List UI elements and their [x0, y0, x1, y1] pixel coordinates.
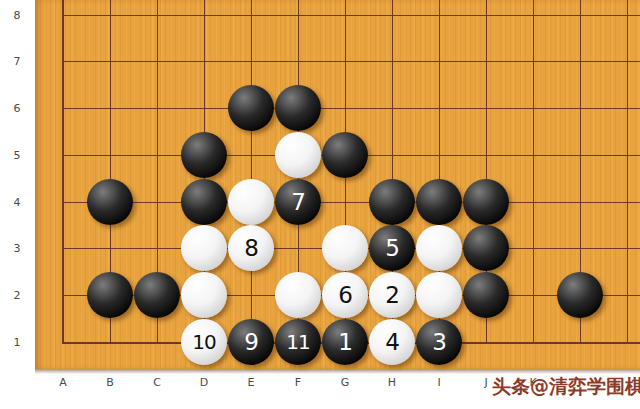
col-label-A: A: [59, 376, 67, 389]
move-number-4: 4: [385, 331, 399, 354]
stone-black-J2: [463, 272, 509, 318]
row-label-1: 1: [14, 336, 21, 349]
stone-black-I1: 3: [416, 319, 462, 365]
move-number-5: 5: [385, 237, 399, 260]
col-label-B: B: [106, 376, 114, 389]
grid-vline-K: [533, 0, 534, 343]
stone-black-F1: 11: [275, 319, 321, 365]
move-number-9: 9: [244, 331, 258, 354]
grid-vline-M: [627, 0, 628, 343]
row-label-3: 3: [14, 242, 21, 255]
stone-black-D5: [181, 132, 227, 178]
row-label-8: 8: [14, 9, 21, 22]
grid-vline-A: [62, 0, 64, 343]
move-number-11: 11: [286, 332, 309, 352]
stone-white-E3: 8: [228, 225, 274, 271]
stone-black-C2: [134, 272, 180, 318]
stone-white-I3: [416, 225, 462, 271]
stone-black-B4: [87, 179, 133, 225]
stone-black-I4: [416, 179, 462, 225]
move-number-6: 6: [338, 284, 352, 307]
move-number-1: 1: [338, 331, 352, 354]
stone-white-F2: [275, 272, 321, 318]
stone-white-E4: [228, 179, 274, 225]
move-number-10: 10: [192, 332, 215, 352]
stone-black-H4: [369, 179, 415, 225]
go-diagram: 87654321 ABCDEFGHIJK 7856210911143 头条@清弈…: [0, 0, 640, 409]
move-number-3: 3: [432, 331, 446, 354]
stone-black-E1: 9: [228, 319, 274, 365]
move-number-2: 2: [385, 284, 399, 307]
stone-white-D3: [181, 225, 227, 271]
col-label-C: C: [153, 376, 161, 389]
row-label-7: 7: [14, 55, 21, 68]
stone-white-H1: 4: [369, 319, 415, 365]
stone-white-D2: [181, 272, 227, 318]
stone-white-G2: 6: [322, 272, 368, 318]
stone-black-J4: [463, 179, 509, 225]
stone-black-G5: [322, 132, 368, 178]
col-label-I: I: [437, 376, 440, 389]
move-number-8: 8: [244, 237, 258, 260]
grid-hline-8: [62, 15, 640, 16]
grid-hline-4: [62, 202, 640, 203]
stone-black-B2: [87, 272, 133, 318]
row-label-2: 2: [14, 289, 21, 302]
stone-white-D1: 10: [181, 319, 227, 365]
stone-black-L2: [557, 272, 603, 318]
col-label-F: F: [295, 376, 301, 389]
stone-black-J3: [463, 225, 509, 271]
grid-vline-E: [251, 0, 252, 343]
stone-black-E6: [228, 85, 274, 131]
row-label-4: 4: [14, 196, 21, 209]
row-label-5: 5: [14, 149, 21, 162]
stone-black-H3: 5: [369, 225, 415, 271]
row-label-6: 6: [14, 102, 21, 115]
stone-black-F6: [275, 85, 321, 131]
stone-white-H2: 2: [369, 272, 415, 318]
stone-white-I2: [416, 272, 462, 318]
stone-white-G3: [322, 225, 368, 271]
col-label-J: J: [484, 376, 487, 389]
col-label-H: H: [388, 376, 396, 389]
grid-hline-6: [62, 108, 640, 109]
stone-black-D4: [181, 179, 227, 225]
move-number-7: 7: [291, 191, 305, 214]
watermark: 头条@清弈学围棋: [492, 374, 640, 400]
stone-white-F5: [275, 132, 321, 178]
col-label-E: E: [248, 376, 255, 389]
col-label-D: D: [200, 376, 208, 389]
stone-black-F4: 7: [275, 179, 321, 225]
stone-black-G1: 1: [322, 319, 368, 365]
col-label-G: G: [341, 376, 350, 389]
grid-hline-7: [62, 61, 640, 62]
